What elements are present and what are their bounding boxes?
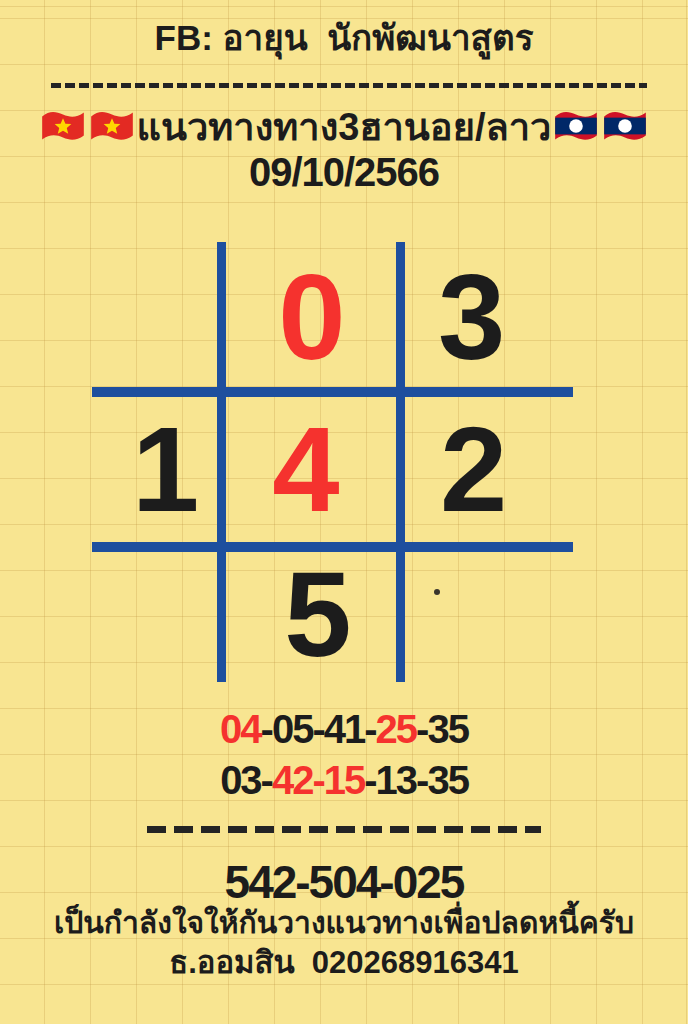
cell-digit: 5 [284, 554, 349, 675]
laos-flag-icon [602, 108, 648, 144]
pair-segment: 25 [376, 707, 417, 751]
grid-cell-r2c0 [92, 547, 222, 682]
grid-cell-r1c0: 1 [92, 392, 222, 547]
grid-cell-r2c1: 5 [222, 547, 401, 682]
pair-segment: 03- [220, 758, 272, 802]
cell-digit: 0 [278, 257, 343, 378]
subtitle-text: แนวทางทาง3ฮานอย/ลาว [137, 96, 552, 157]
draw-date: 09/10/2566 [0, 149, 688, 195]
grid-cell-r0c1: 0 [222, 242, 401, 392]
three-digit-sets: 542-504-025 [0, 856, 688, 908]
cell-digit: 2 [440, 409, 505, 530]
lottery-tip-sheet: FB: อายุน นักพัฒนาสูตร แนวทางทาง3ฮานอย/ล… [0, 0, 688, 1024]
laos-flag-icon [553, 108, 599, 144]
grid-cell-r0c0 [92, 242, 222, 392]
grid-cells: 0 3 1 4 2 5 [92, 242, 573, 682]
page-title: FB: อายุน นักพัฒนาสูตร [0, 16, 688, 60]
vietnam-flag-icon [89, 108, 135, 144]
grid-cell-r2c2 [401, 547, 574, 682]
bank-account-line: ธ.ออมสิน 020268916341 [0, 942, 688, 984]
pair-segment: -35 [416, 707, 468, 751]
cell-digit: 3 [438, 257, 503, 378]
vietnam-flag-icon [40, 108, 86, 144]
bottom-dashed-divider [147, 826, 541, 833]
pair-segment: -05-41- [261, 707, 376, 751]
pair-numbers-line-2: 03-42-15-13-35 [0, 757, 688, 803]
pair-segment: 04 [220, 707, 261, 751]
pair-segment: 42-15 [272, 758, 364, 802]
stray-ink-dot [434, 589, 440, 595]
grid-cell-r0c2: 3 [401, 242, 574, 392]
grid-cell-r1c1: 4 [222, 392, 401, 547]
subtitle-line: แนวทางทาง3ฮานอย/ลาว [0, 103, 688, 149]
encouragement-message: เป็นกำลังใจให้กันวางแนวทางเพื่อปลดหนี้คร… [0, 902, 688, 944]
cell-digit: 1 [132, 409, 197, 530]
grid-cell-r1c2: 2 [401, 392, 574, 547]
number-grid-board: 0 3 1 4 2 5 [92, 242, 573, 682]
pair-segment: -13-35 [364, 758, 468, 802]
cell-digit: 4 [272, 409, 337, 530]
top-dashed-divider [51, 83, 647, 88]
pair-numbers-line-1: 04-05-41-25-35 [0, 706, 688, 752]
